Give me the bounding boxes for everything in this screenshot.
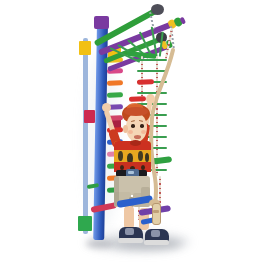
hold-green-left [78, 216, 92, 231]
child-eye-right [140, 124, 144, 128]
rope-toggle-stripe [153, 210, 159, 213]
net-red-rung-2 [129, 96, 146, 102]
left-shoe-sole [118, 238, 143, 243]
buckle-glint [128, 171, 134, 174]
child-fringe [124, 107, 148, 116]
child-left-shin [124, 206, 134, 229]
left-shoe-lace [125, 228, 134, 235]
shirt-collar [130, 140, 141, 146]
hold-red-left [84, 110, 95, 123]
beam-end-cap-grey [151, 4, 164, 15]
net-red-rung-1 [137, 79, 154, 85]
right-shoe-sole [144, 240, 169, 245]
child-eye-left [131, 124, 135, 128]
child-mouth [134, 135, 141, 139]
hold-yellow-left [79, 41, 91, 55]
net-row-2 [137, 70, 167, 72]
child-cheek-left [128, 130, 133, 134]
ladder-left-stile [83, 38, 88, 234]
right-shoe-lace [151, 230, 160, 237]
wall-rung-4 [107, 92, 123, 98]
rail-foot-shadow [86, 240, 114, 248]
rail-top-connector [94, 16, 109, 29]
kids-wall-bars-product-photo [0, 0, 265, 265]
shirt-palm-print-3 [138, 151, 143, 161]
net-row-1 [137, 59, 167, 61]
child-cheek-right [141, 130, 146, 134]
child-left-hand [102, 103, 111, 112]
wall-rung-3 [107, 80, 123, 86]
rope-toggle [152, 203, 161, 225]
child-right-hand [146, 94, 155, 104]
shirt-palm-print-1 [118, 151, 123, 161]
shirt-palm-print-4 [145, 153, 149, 162]
